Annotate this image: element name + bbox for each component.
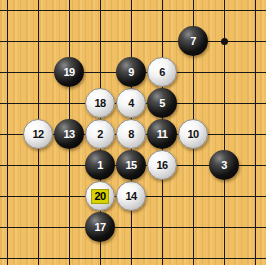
- move-number: 16: [156, 160, 167, 171]
- move-number: 8: [128, 129, 134, 140]
- grid-line-horizontal: [0, 258, 266, 259]
- stone-white-16[interactable]: 16: [147, 150, 177, 180]
- stone-black-19[interactable]: 19: [54, 57, 84, 87]
- go-board[interactable]: 1234567891011121314151617181920: [0, 0, 266, 265]
- grid-line-horizontal: [0, 227, 266, 228]
- move-number: 9: [128, 67, 134, 78]
- stone-white-10[interactable]: 10: [178, 119, 208, 149]
- stone-white-6[interactable]: 6: [147, 57, 177, 87]
- stone-black-5[interactable]: 5: [147, 88, 177, 118]
- move-number: 11: [157, 129, 168, 140]
- move-number: 20: [92, 190, 107, 203]
- move-number: 12: [32, 129, 43, 140]
- move-number: 19: [63, 67, 74, 78]
- move-number: 1: [97, 160, 103, 171]
- stone-black-13[interactable]: 13: [54, 119, 84, 149]
- stone-white-20[interactable]: 20: [85, 181, 115, 211]
- stone-black-7[interactable]: 7: [178, 26, 208, 56]
- stone-white-8[interactable]: 8: [116, 119, 146, 149]
- stone-white-12[interactable]: 12: [23, 119, 53, 149]
- stone-white-2[interactable]: 2: [85, 119, 115, 149]
- stone-white-4[interactable]: 4: [116, 88, 146, 118]
- move-number: 17: [94, 222, 105, 233]
- grid-line-vertical: [255, 0, 256, 265]
- move-number: 6: [159, 67, 165, 78]
- stone-black-3[interactable]: 3: [209, 150, 239, 180]
- move-number: 10: [187, 129, 198, 140]
- move-number: 5: [159, 98, 165, 109]
- move-number: 18: [94, 98, 105, 109]
- move-number: 3: [221, 160, 227, 171]
- stone-black-9[interactable]: 9: [116, 57, 146, 87]
- grid-line-horizontal: [0, 10, 266, 11]
- move-number: 7: [190, 36, 196, 47]
- stone-black-1[interactable]: 1: [85, 150, 115, 180]
- move-number: 15: [125, 160, 136, 171]
- stone-black-11[interactable]: 11: [147, 119, 177, 149]
- grid-line-vertical: [7, 0, 8, 265]
- move-number: 13: [63, 129, 74, 140]
- move-number: 14: [125, 191, 136, 202]
- stone-black-17[interactable]: 17: [85, 212, 115, 242]
- stone-white-14[interactable]: 14: [116, 181, 146, 211]
- star-point: [221, 38, 228, 45]
- stone-white-18[interactable]: 18: [85, 88, 115, 118]
- stone-black-15[interactable]: 15: [116, 150, 146, 180]
- move-number: 4: [128, 98, 134, 109]
- move-number: 2: [97, 129, 103, 140]
